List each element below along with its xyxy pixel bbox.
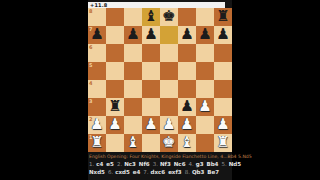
square-g6[interactable] xyxy=(196,44,214,62)
square-a1[interactable]: 1♜ xyxy=(88,134,106,152)
rank-label-6: 6 xyxy=(89,45,92,50)
square-f7[interactable]: ♟ xyxy=(178,26,196,44)
square-b6[interactable] xyxy=(106,44,124,62)
square-f8[interactable] xyxy=(178,8,196,26)
square-b4[interactable] xyxy=(106,80,124,98)
opening-name: English Opening: Four Knights, Kingside … xyxy=(89,153,220,159)
move-number: 4. xyxy=(188,161,193,167)
square-b8[interactable] xyxy=(106,8,124,26)
square-h2[interactable]: ♟ xyxy=(214,116,232,134)
chess-board[interactable]: 8♝♚♜7♟♟♟♟♟♟6543♜♟♟2♟♟♟♟♟♟1♜♝♚♝♜ xyxy=(88,8,232,152)
move-number: 7. xyxy=(143,169,148,175)
square-e3[interactable] xyxy=(160,98,178,116)
piece-black-pawn[interactable]: ♟ xyxy=(124,26,142,44)
move-san: e4 xyxy=(133,169,141,175)
square-e5[interactable] xyxy=(160,62,178,80)
move-san: c4 xyxy=(96,161,103,167)
rank-label-5: 5 xyxy=(89,63,92,68)
square-h4[interactable] xyxy=(214,80,232,98)
square-c4[interactable] xyxy=(124,80,142,98)
piece-white-bishop[interactable]: ♝ xyxy=(124,134,142,152)
square-g5[interactable] xyxy=(196,62,214,80)
move-number: 1. xyxy=(89,161,94,167)
square-h1[interactable]: ♜ xyxy=(214,134,232,152)
square-a7[interactable]: 7♟ xyxy=(88,26,106,44)
square-h7[interactable]: ♟ xyxy=(214,26,232,44)
piece-black-bishop[interactable]: ♝ xyxy=(142,8,160,26)
square-f3[interactable]: ♟ xyxy=(178,98,196,116)
piece-white-pawn[interactable]: ♟ xyxy=(106,116,124,134)
move-number: 6. xyxy=(108,169,113,175)
square-d5[interactable] xyxy=(142,62,160,80)
square-d3[interactable] xyxy=(142,98,160,116)
square-e4[interactable] xyxy=(160,80,178,98)
square-b7[interactable] xyxy=(106,26,124,44)
square-d1[interactable] xyxy=(142,134,160,152)
piece-black-pawn[interactable]: ♟ xyxy=(88,26,106,44)
move-number: 2. xyxy=(117,161,122,167)
piece-white-pawn[interactable]: ♟ xyxy=(178,116,196,134)
square-g3[interactable]: ♟ xyxy=(196,98,214,116)
square-a4[interactable]: 4 xyxy=(88,80,106,98)
square-e8[interactable]: ♚ xyxy=(160,8,178,26)
piece-white-pawn[interactable]: ♟ xyxy=(88,116,106,134)
piece-black-rook[interactable]: ♜ xyxy=(106,98,124,116)
square-d7[interactable]: ♟ xyxy=(142,26,160,44)
piece-black-rook[interactable]: ♜ xyxy=(214,8,232,26)
square-f5[interactable] xyxy=(178,62,196,80)
video-frame: +11.8 8♝♚♜7♟♟♟♟♟♟6543♜♟♟2♟♟♟♟♟♟1♜♝♚♝♜ En… xyxy=(0,0,320,180)
move-san: g3 xyxy=(196,161,204,167)
move-list-line-2: Nxd56.cxd5e47.dxc6exf38.Qb3Be7 xyxy=(89,169,231,175)
square-d2[interactable]: ♟ xyxy=(142,116,160,134)
piece-white-pawn[interactable]: ♟ xyxy=(214,116,232,134)
move-san: Nc6 xyxy=(174,161,186,167)
piece-black-pawn[interactable]: ♟ xyxy=(214,26,232,44)
square-b1[interactable] xyxy=(106,134,124,152)
move-san: Nf6 xyxy=(139,161,150,167)
square-e1[interactable]: ♚ xyxy=(160,134,178,152)
square-d6[interactable] xyxy=(142,44,160,62)
move-san: e5 xyxy=(106,161,114,167)
rank-label-4: 4 xyxy=(89,81,92,86)
move-san: Nc3 xyxy=(124,161,136,167)
square-g2[interactable] xyxy=(196,116,214,134)
piece-white-king[interactable]: ♚ xyxy=(160,134,178,152)
square-f1[interactable]: ♝ xyxy=(178,134,196,152)
move-san: exf3 xyxy=(168,169,182,175)
square-d4[interactable] xyxy=(142,80,160,98)
piece-white-pawn[interactable]: ♟ xyxy=(196,98,214,116)
rank-label-8: 8 xyxy=(89,9,92,14)
move-san: dxc6 xyxy=(151,169,166,175)
content-column: +11.8 8♝♚♜7♟♟♟♟♟♟6543♜♟♟2♟♟♟♟♟♟1♜♝♚♝♜ En… xyxy=(88,0,232,180)
square-h6[interactable] xyxy=(214,44,232,62)
piece-black-pawn[interactable]: ♟ xyxy=(178,26,196,44)
piece-black-pawn[interactable]: ♟ xyxy=(178,98,196,116)
square-g4[interactable] xyxy=(196,80,214,98)
move-san: Bb4 xyxy=(206,161,218,167)
square-c8[interactable] xyxy=(124,8,142,26)
move-san: Qb3 xyxy=(192,169,204,175)
move-number: 8. xyxy=(185,169,190,175)
square-f2[interactable]: ♟ xyxy=(178,116,196,134)
square-f4[interactable] xyxy=(178,80,196,98)
move-san: Nf3 xyxy=(160,161,171,167)
square-c2[interactable] xyxy=(124,116,142,134)
square-b5[interactable] xyxy=(106,62,124,80)
move-number: 5. xyxy=(221,161,226,167)
square-e7[interactable] xyxy=(160,26,178,44)
square-f6[interactable] xyxy=(178,44,196,62)
piece-white-pawn[interactable]: ♟ xyxy=(142,116,160,134)
square-d8[interactable]: ♝ xyxy=(142,8,160,26)
square-a3[interactable]: 3 xyxy=(88,98,106,116)
square-c1[interactable]: ♝ xyxy=(124,134,142,152)
square-c5[interactable] xyxy=(124,62,142,80)
square-a5[interactable]: 5 xyxy=(88,62,106,80)
square-a6[interactable]: 6 xyxy=(88,44,106,62)
piece-black-pawn[interactable]: ♟ xyxy=(142,26,160,44)
move-san: Be7 xyxy=(207,169,219,175)
move-san: Nxd5 xyxy=(89,169,105,175)
move-number: 3. xyxy=(153,161,158,167)
square-c6[interactable] xyxy=(124,44,142,62)
square-g8[interactable] xyxy=(196,8,214,26)
square-b3[interactable]: ♜ xyxy=(106,98,124,116)
square-a8[interactable]: 8 xyxy=(88,8,106,26)
square-h5[interactable] xyxy=(214,62,232,80)
move-list-line-1: 1.c4e52.Nc3Nf63.Nf3Nc64.g3Bb45.Nd5 xyxy=(89,161,231,167)
move-san: Nd5 xyxy=(229,161,241,167)
square-c3[interactable] xyxy=(124,98,142,116)
square-b2[interactable]: ♟ xyxy=(106,116,124,134)
piece-black-king[interactable]: ♚ xyxy=(160,8,178,26)
square-c7[interactable]: ♟ xyxy=(124,26,142,44)
piece-white-bishop[interactable]: ♝ xyxy=(178,134,196,152)
square-h3[interactable] xyxy=(214,98,232,116)
square-g7[interactable]: ♟ xyxy=(196,26,214,44)
square-h8[interactable]: ♜ xyxy=(214,8,232,26)
piece-black-pawn[interactable]: ♟ xyxy=(196,26,214,44)
square-e6[interactable] xyxy=(160,44,178,62)
letterbox-left xyxy=(0,0,88,180)
piece-white-rook[interactable]: ♜ xyxy=(88,134,106,152)
square-e2[interactable]: ♟ xyxy=(160,116,178,134)
piece-white-rook[interactable]: ♜ xyxy=(214,134,232,152)
piece-white-pawn[interactable]: ♟ xyxy=(160,116,178,134)
square-a2[interactable]: 2♟ xyxy=(88,116,106,134)
move-san: cxd5 xyxy=(115,169,130,175)
rank-label-3: 3 xyxy=(89,99,92,104)
square-g1[interactable] xyxy=(196,134,214,152)
